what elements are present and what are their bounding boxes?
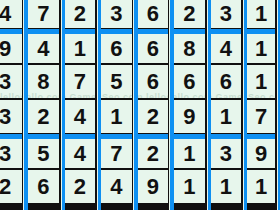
cell-r1c6[interactable]: 2	[174, 0, 205, 28]
v-grid-line-7-blue	[241, 0, 247, 210]
cell-r3c2[interactable]: 8	[28, 65, 59, 98]
cell-r1c1[interactable]: 4	[0, 0, 22, 28]
cell-r3c3[interactable]: 7	[65, 65, 96, 98]
cell-r6c4[interactable]: 4	[101, 170, 132, 203]
cell-r3c4[interactable]: 5	[101, 65, 132, 98]
cell-r1c3[interactable]: 2	[65, 0, 96, 28]
cell-r1c5[interactable]: 6	[138, 0, 169, 28]
cell-r2c2[interactable]: 4	[28, 34, 59, 63]
cell-r6c7[interactable]: 1	[211, 170, 242, 203]
cell-r6c1[interactable]: 2	[0, 170, 22, 203]
v-grid-line-5-blue	[168, 0, 174, 210]
cell-r4c2[interactable]: 2	[28, 100, 59, 133]
cell-r1c2[interactable]: 7	[28, 0, 59, 28]
v-grid-line-1-blue	[22, 0, 28, 210]
cell-r4c4[interactable]: 1	[101, 100, 132, 133]
cell-r1c4[interactable]: 3	[101, 0, 132, 28]
cell-r2c7[interactable]: 4	[211, 34, 242, 63]
h-grid-line-6-bottom	[0, 203, 280, 210]
cell-r4c8[interactable]: 7	[247, 100, 275, 133]
cell-r6c6[interactable]: 1	[174, 170, 205, 203]
cell-r6c5[interactable]: 9	[138, 170, 169, 203]
cell-r4c6[interactable]: 9	[174, 100, 205, 133]
h-grid-line-3-black	[0, 98, 280, 100]
cell-r3c6[interactable]: 6	[174, 65, 205, 98]
sudoku-board: lellosello.com GamesSeo.com lellosello.c…	[0, 0, 280, 210]
v-grid-line-6-blue	[205, 0, 211, 210]
cell-r5c6[interactable]: 1	[174, 139, 205, 168]
cell-r3c8[interactable]: 1	[247, 65, 275, 98]
h-grid-line-4-blue	[0, 133, 280, 139]
cell-r5c7[interactable]: 3	[211, 139, 242, 168]
cell-r6c2[interactable]: 6	[28, 170, 59, 203]
cell-r2c4[interactable]: 6	[101, 34, 132, 63]
cell-r4c5[interactable]: 2	[138, 100, 169, 133]
v-grid-line-8-blue	[275, 0, 280, 210]
cell-r4c7[interactable]: 1	[211, 100, 242, 133]
cell-r2c1[interactable]: 9	[0, 34, 22, 63]
cell-r1c7[interactable]: 3	[211, 0, 242, 28]
cell-r2c5[interactable]: 6	[138, 34, 169, 63]
cell-r3c7[interactable]: 6	[211, 65, 242, 98]
cell-r2c6[interactable]: 8	[174, 34, 205, 63]
v-grid-line-2-blue	[59, 0, 65, 210]
cell-r5c1[interactable]: 3	[0, 139, 22, 168]
h-grid-line-2-black	[0, 63, 280, 65]
v-grid-line-3-blue	[95, 0, 101, 210]
h-grid-line-1-blue	[0, 28, 280, 34]
cell-r2c8[interactable]: 1	[247, 34, 275, 63]
cell-r2c3[interactable]: 1	[65, 34, 96, 63]
v-grid-line-4-blue	[132, 0, 138, 210]
cell-r5c3[interactable]: 4	[65, 139, 96, 168]
cell-r3c1[interactable]: 3	[0, 65, 22, 98]
cell-r3c5[interactable]: 6	[138, 65, 169, 98]
cell-r5c5[interactable]: 2	[138, 139, 169, 168]
cell-r5c2[interactable]: 5	[28, 139, 59, 168]
cell-r5c4[interactable]: 7	[101, 139, 132, 168]
cell-r1c8[interactable]: 1	[247, 0, 275, 28]
cell-r6c3[interactable]: 2	[65, 170, 96, 203]
cell-r4c1[interactable]: 3	[0, 100, 22, 133]
cell-r4c3[interactable]: 4	[65, 100, 96, 133]
cell-r6c8[interactable]: 1	[247, 170, 275, 203]
cell-r5c8[interactable]: 9	[247, 139, 275, 168]
h-grid-line-5-black	[0, 168, 280, 170]
